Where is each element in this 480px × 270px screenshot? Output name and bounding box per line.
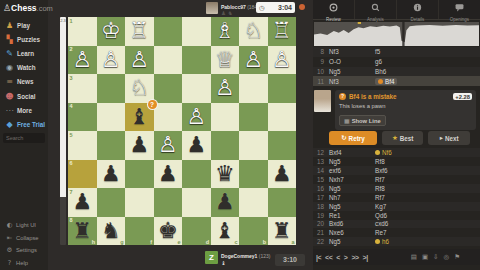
square-h2[interactable]: 2♙ xyxy=(68,46,97,75)
move-number: 22 xyxy=(313,238,329,245)
watch-icon: ◉ xyxy=(4,63,15,72)
square-h1[interactable]: 1 xyxy=(68,17,97,46)
next-arrow-icon: ▸ xyxy=(440,134,443,142)
square-c1[interactable]: ♗ xyxy=(211,17,240,46)
black-move-text: Rf8 xyxy=(375,185,385,192)
black-move-text: Rf8 xyxy=(375,158,385,165)
move-number: 12 xyxy=(313,149,329,156)
status-dot[interactable] xyxy=(299,4,305,10)
chesscom-logo[interactable]: ♙Chess.com xyxy=(3,3,53,13)
gear-icon: ⚙ xyxy=(5,246,14,254)
forward-button[interactable]: > xyxy=(344,254,348,261)
square-h7[interactable]: 7♟ xyxy=(68,188,97,217)
rank-label: 6 xyxy=(70,160,73,166)
square-g3[interactable] xyxy=(97,74,126,103)
logo-pawn-icon: ♙ xyxy=(3,3,11,13)
tab-label: Details xyxy=(411,17,425,22)
square-f5[interactable]: ♟ xyxy=(125,131,154,160)
sidebar-item-watch[interactable]: ◉Watch xyxy=(0,61,48,75)
black-move[interactable]: Rf7 xyxy=(375,176,480,183)
white-move[interactable]: Nxh7 xyxy=(329,176,375,183)
square-g2[interactable]: ♙ xyxy=(97,46,126,75)
comment-avatar[interactable] xyxy=(314,90,331,112)
clock-icon: ◷ xyxy=(259,4,265,12)
white-rook-a1[interactable]: ♖ xyxy=(268,17,297,46)
square-g1[interactable]: ♔ xyxy=(97,17,126,46)
footer-item-label: Help xyxy=(16,260,28,266)
square-e3[interactable] xyxy=(154,74,183,103)
white-queen-c2[interactable]: ♕ xyxy=(211,46,240,75)
black-move[interactable]: cxd6 xyxy=(375,220,480,227)
move-number: 16 xyxy=(313,185,329,192)
info-icon xyxy=(413,0,422,16)
sidebar-item-label: News xyxy=(17,78,33,85)
black-pawn-h7[interactable]: ♟ xyxy=(68,188,97,217)
white-pawn-d4[interactable]: ♙ xyxy=(182,103,211,132)
move-number: 15 xyxy=(313,176,329,183)
white-move[interactable]: Nf3 xyxy=(329,48,375,55)
square-f1[interactable]: ♖ xyxy=(125,17,154,46)
black-move-text: Bxf6 xyxy=(375,167,388,174)
forward-fast-button[interactable]: >> xyxy=(351,254,358,261)
selected-move-pill[interactable]: Bf4 xyxy=(375,78,397,85)
square-h6[interactable]: 6 xyxy=(68,160,97,189)
black-pawn-d5[interactable]: ♟ xyxy=(182,131,211,160)
search-input[interactable] xyxy=(3,133,45,143)
white-move[interactable]: Bxd6 xyxy=(329,220,375,227)
nav-controls: |<<<<>>>>| xyxy=(316,254,368,261)
bottom-player-name[interactable]: DogeCommey1 (123) xyxy=(221,253,270,259)
square-e5[interactable]: ♙ xyxy=(154,131,183,160)
square-a4[interactable] xyxy=(268,103,297,132)
square-h8[interactable]: 8h♜ xyxy=(68,217,97,246)
move-list-played: 8Nf3f59O-Og610Ng5Bh611Nf3Bf4 xyxy=(313,47,480,86)
square-f8[interactable]: f xyxy=(125,217,154,246)
black-king-e8[interactable]: ♚ xyxy=(154,217,183,246)
square-e8[interactable]: e♚ xyxy=(154,217,183,246)
bottom-player-rating: (123) xyxy=(259,253,271,259)
black-pawn-g6[interactable]: ♟ xyxy=(97,160,126,189)
move-number: 8 xyxy=(313,48,329,55)
move-row-10: 10Ng5Bh6 xyxy=(313,67,480,77)
chesscom-app: ♙Chess.com ♟Play▚Puzzles✎Learn◉Watch≡New… xyxy=(0,0,480,270)
square-f3[interactable]: ♘ xyxy=(125,74,154,103)
collapse-icon: ⇤ xyxy=(5,234,14,242)
move-row-16: 16Ng5Rf8 xyxy=(313,184,480,193)
square-c8[interactable]: c♝ xyxy=(211,217,240,246)
black-move-text: Bf4 xyxy=(385,78,394,85)
sidebar-item-learn[interactable]: ✎Learn xyxy=(0,46,48,60)
square-b4[interactable] xyxy=(239,103,268,132)
record-icon[interactable]: ◎ xyxy=(444,253,450,261)
move-row-15: 15Nxh7Rf7 xyxy=(313,175,480,184)
square-g8[interactable]: g♞ xyxy=(97,217,126,246)
theme-icon: ◐ xyxy=(5,221,14,229)
footer-item-label: Light UI xyxy=(16,222,36,228)
evaluation-graph[interactable] xyxy=(314,22,479,46)
move-number: 17 xyxy=(313,194,329,201)
jump-start-button[interactable]: |< xyxy=(316,254,321,261)
black-move[interactable]: Qd6 xyxy=(375,212,480,219)
white-pawn-e5[interactable]: ♙ xyxy=(154,131,183,160)
back-button[interactable]: < xyxy=(336,254,340,261)
sidebar-item-social[interactable]: ☻Social xyxy=(0,89,48,103)
diamond-icon: ◆ xyxy=(4,120,15,129)
puzzle-icon: ▚ xyxy=(4,35,15,44)
black-pawn-e6[interactable]: ♟ xyxy=(154,160,183,189)
square-a3[interactable] xyxy=(268,74,297,103)
square-a8[interactable]: a♜ xyxy=(268,217,297,246)
sidebar-item-news[interactable]: ≡News xyxy=(0,75,48,89)
black-move-text: Rf7 xyxy=(375,194,385,201)
square-e2[interactable] xyxy=(154,46,183,75)
move-number: 19 xyxy=(313,212,329,219)
square-a5[interactable] xyxy=(268,131,297,160)
bottom-player-clock: 3:10 xyxy=(275,254,305,266)
footer-item-collapse[interactable]: ⇤Collapse xyxy=(0,232,48,245)
square-b6[interactable] xyxy=(239,160,268,189)
square-d6[interactable] xyxy=(182,160,211,189)
square-b2[interactable]: ♙ xyxy=(239,46,268,75)
black-move-text: Qd6 xyxy=(375,212,387,219)
chat-icon xyxy=(455,0,464,16)
square-g7[interactable] xyxy=(97,188,126,217)
show-line-button[interactable]: ▦ Show Line xyxy=(339,115,386,126)
rank-label: 3 xyxy=(70,75,73,81)
square-g4[interactable] xyxy=(97,103,126,132)
sidebar-item-label: Puzzles xyxy=(17,36,40,43)
square-d3[interactable] xyxy=(182,74,211,103)
square-b1[interactable]: ♘ xyxy=(239,17,268,46)
white-rook-f1[interactable]: ♖ xyxy=(125,17,154,46)
best-move-icon xyxy=(375,150,380,155)
tab-review[interactable]: Review xyxy=(313,0,354,19)
black-pawn-f5[interactable]: ♟ xyxy=(125,131,154,160)
tab-details[interactable]: Details xyxy=(396,0,438,19)
move-row-21: 21Nxe6Re7 xyxy=(313,228,480,237)
square-g5[interactable] xyxy=(97,131,126,160)
square-f6[interactable] xyxy=(125,160,154,189)
square-d5[interactable]: ♟ xyxy=(182,131,211,160)
white-move[interactable]: Ng5 xyxy=(329,68,375,75)
white-move[interactable]: Nh7 xyxy=(329,194,375,201)
white-move[interactable]: Bxf4 xyxy=(329,149,375,156)
captured-pieces-bottom: ♝ xyxy=(221,260,226,266)
sidebar-item-label: Learn xyxy=(17,50,34,57)
sidebar-item-more[interactable]: ⋯More xyxy=(0,103,48,117)
black-move[interactable]: f5 xyxy=(375,48,480,55)
black-rook-a8[interactable]: ♜ xyxy=(268,217,297,246)
play-pawn-icon: ♟ xyxy=(4,21,15,30)
evaluation-badge: +2.28 xyxy=(453,93,472,100)
move-row-12: 12Bxf4Nf6 xyxy=(313,148,480,157)
white-pawn-b2[interactable]: ♙ xyxy=(239,46,268,75)
tab-label: Review xyxy=(326,17,341,22)
tab-analysis[interactable]: Analysis xyxy=(354,0,396,19)
black-move[interactable]: h6 xyxy=(375,238,480,245)
move-row-9: 9O-Og6 xyxy=(313,57,480,67)
mistake-badge: ? xyxy=(148,100,157,109)
white-move[interactable]: Ng5 xyxy=(329,238,375,245)
square-b5[interactable] xyxy=(239,131,268,160)
sidebar-item-puzzles[interactable]: ▚Puzzles xyxy=(0,32,48,46)
black-knight-g8[interactable]: ♞ xyxy=(97,217,126,246)
file-label: d xyxy=(206,239,209,245)
footer-item-light-ui[interactable]: ◐Light UI xyxy=(0,219,48,232)
move-number: 11 xyxy=(313,78,329,85)
move-number: 9 xyxy=(313,58,329,65)
move-row-20: 20Bxd6cxd6 xyxy=(313,220,480,229)
black-move[interactable]: Bh6 xyxy=(375,68,480,75)
top-player-clock: ◷ 3:04 xyxy=(256,2,295,13)
black-move-text: Nf6 xyxy=(382,149,392,156)
avatar-top-player[interactable] xyxy=(206,2,218,14)
white-move[interactable]: Nxe6 xyxy=(329,229,375,236)
white-knight-f3[interactable]: ♘ xyxy=(125,74,154,103)
square-g6[interactable]: ♟ xyxy=(97,160,126,189)
square-d7[interactable] xyxy=(182,188,211,217)
black-move-text: Kg7 xyxy=(375,203,386,210)
sidebar-item-label: Free Trial xyxy=(17,121,45,128)
square-f2[interactable]: ♙ xyxy=(125,46,154,75)
tab-label: Analysis xyxy=(367,17,384,22)
best-move-icon xyxy=(375,239,380,244)
feedback-body: This loses a pawn xyxy=(339,103,472,109)
help-icon: ? xyxy=(5,259,14,267)
white-move[interactable]: Ng5 xyxy=(329,203,375,210)
square-c3[interactable]: ♙ xyxy=(211,74,240,103)
black-move[interactable]: Rf8 xyxy=(375,185,480,192)
square-b3[interactable] xyxy=(239,74,268,103)
square-e7[interactable] xyxy=(154,188,183,217)
black-move-text: Rf7 xyxy=(375,176,385,183)
download-icon[interactable]: ⇩ xyxy=(433,253,438,261)
game-review-panel: ReviewAnalysisDetailsOpenings 8Nf3f59O-O… xyxy=(313,0,480,270)
black-move-text: cxd6 xyxy=(375,220,388,227)
captured-pieces-top: ♟ ♞ xyxy=(221,10,233,16)
square-b8[interactable]: b xyxy=(239,217,268,246)
black-pawn-a6[interactable]: ♟ xyxy=(268,160,297,189)
board-lines-icon: ▦ xyxy=(344,117,350,124)
white-move[interactable]: Re1 xyxy=(329,212,375,219)
move-row-13: 13Ng5Rf8 xyxy=(313,157,480,166)
white-move[interactable]: exf6 xyxy=(329,167,375,174)
evaluation-bar: 2.3 xyxy=(60,17,66,245)
footer-item-settings[interactable]: ⚙Settings xyxy=(0,244,48,257)
square-c7[interactable]: ♟ xyxy=(211,188,240,217)
white-move[interactable]: Nf3 xyxy=(329,78,375,85)
black-move-text: h6 xyxy=(382,238,389,245)
retry-button[interactable]: ↻Retry xyxy=(329,131,377,145)
square-a6[interactable]: ♟ xyxy=(268,160,297,189)
square-b7[interactable] xyxy=(239,188,268,217)
move-row-18: 18Ng5Kg7 xyxy=(313,202,480,211)
white-pawn-c3[interactable]: ♙ xyxy=(211,74,240,103)
move-row-8: 8Nf3f5 xyxy=(313,47,480,57)
white-pawn-g2[interactable]: ♙ xyxy=(97,46,126,75)
target-icon xyxy=(329,0,338,16)
move-row-17: 17Nh7Rf7 xyxy=(313,193,480,202)
footer-item-help[interactable]: ?Help xyxy=(0,257,48,270)
black-move-text: Re7 xyxy=(375,229,387,236)
feedback-title: Bf4 is a mistake xyxy=(349,93,453,100)
white-pawn-a2[interactable]: ♙ xyxy=(268,46,297,75)
chess-board[interactable]: 1♔♖♗♘♖2♙♙♙♕♙♙3♘♙4♝?♙5♟♙♟6♟♟♛♟7♟♟8h♜g♞fe♚… xyxy=(68,17,296,245)
rank-label: 4 xyxy=(70,103,73,109)
square-h5[interactable]: 5 xyxy=(68,131,97,160)
square-c5[interactable] xyxy=(211,131,240,160)
jump-end-button[interactable]: >| xyxy=(363,254,368,261)
black-move[interactable]: Nf6 xyxy=(375,149,480,156)
square-a2[interactable]: ♙ xyxy=(268,46,297,75)
black-bishop-c8[interactable]: ♝ xyxy=(211,217,240,246)
black-move[interactable]: g6 xyxy=(375,58,480,65)
sidebar-footer: ◐Light UI⇤Collapse⚙Settings?Help xyxy=(0,219,48,269)
black-move-text: g6 xyxy=(375,58,382,65)
black-move-text: f5 xyxy=(375,48,380,55)
black-pawn-c7[interactable]: ♟ xyxy=(211,188,240,217)
move-list-continuation: 12Bxf4Nf613Ng5Rf814exf6Bxf615Nxh7Rf716Ng… xyxy=(313,148,480,246)
white-pawn-f2[interactable]: ♙ xyxy=(125,46,154,75)
sidebar-item-play[interactable]: ♟Play xyxy=(0,18,48,32)
sidebar-item-label: Watch xyxy=(17,64,36,71)
more-icon: ⋯ xyxy=(4,106,15,115)
black-move[interactable]: Rf8 xyxy=(375,158,480,165)
move-number: 20 xyxy=(313,220,329,227)
square-d1[interactable] xyxy=(182,17,211,46)
move-row-19: 19Re1Qd6 xyxy=(313,211,480,220)
retry-icon: ↻ xyxy=(341,134,346,142)
square-a7[interactable] xyxy=(268,188,297,217)
learn-icon: ✎ xyxy=(4,49,15,58)
square-e6[interactable]: ♟ xyxy=(154,160,183,189)
square-e4[interactable] xyxy=(154,103,183,132)
review-tabs: ReviewAnalysisDetailsOpenings xyxy=(313,0,480,20)
flag-icon[interactable]: ⚑ xyxy=(454,253,460,261)
evaluation-value: 2.3 xyxy=(60,17,66,23)
sidebar-item-label: Social xyxy=(17,93,36,100)
white-pawn-h2[interactable]: ♙ xyxy=(68,46,97,75)
footer-item-label: Settings xyxy=(16,247,37,253)
stats-icon[interactable]: ▤ xyxy=(411,253,417,261)
white-move[interactable]: O-O xyxy=(329,58,375,65)
sidebar-item-free-trial[interactable]: ◆Free Trial xyxy=(0,117,48,131)
black-move[interactable]: Kg7 xyxy=(375,203,480,210)
square-f4[interactable]: ♝? xyxy=(125,103,154,132)
square-c4[interactable] xyxy=(211,103,240,132)
tab-openings[interactable]: Openings xyxy=(438,0,480,19)
white-king-g1[interactable]: ♔ xyxy=(97,17,126,46)
square-d4[interactable]: ♙ xyxy=(182,103,211,132)
tab-label: Openings xyxy=(450,17,469,22)
square-c2[interactable]: ♕ xyxy=(211,46,240,75)
move-navigation-bar: |<<<<>>>>| ▤▣⇩◎⚑ xyxy=(313,249,480,265)
move-number: 18 xyxy=(313,203,329,210)
action-buttons: ↻Retry ★Best ▸Next xyxy=(329,131,470,145)
file-label: f xyxy=(150,239,152,245)
square-e1[interactable] xyxy=(154,17,183,46)
move-row-22: 22Ng5h6 xyxy=(313,237,480,246)
rank-label: 1 xyxy=(70,18,73,24)
sidebar-menu: ♟Play▚Puzzles✎Learn◉Watch≡News☻Social⋯Mo… xyxy=(0,18,48,132)
square-d2[interactable] xyxy=(182,46,211,75)
black-move[interactable]: Rf7 xyxy=(375,194,480,201)
board-icon[interactable]: ▣ xyxy=(422,253,428,261)
sidebar: ♙Chess.com ♟Play▚Puzzles✎Learn◉Watch≡New… xyxy=(0,0,48,270)
nav-tools: ▤▣⇩◎⚑ xyxy=(411,253,460,261)
square-f7[interactable] xyxy=(125,188,154,217)
evaluation-bar-white: 2.3 xyxy=(60,17,66,197)
white-knight-b1[interactable]: ♘ xyxy=(239,17,268,46)
news-icon: ≡ xyxy=(4,77,15,86)
square-a1[interactable]: ♖ xyxy=(268,17,297,46)
rank-label: 5 xyxy=(70,132,73,138)
sidebar-item-label: More xyxy=(17,107,32,114)
white-bishop-c1[interactable]: ♗ xyxy=(211,17,240,46)
magnifier-icon xyxy=(371,0,380,16)
move-row-11: 11Nf3Bf4 xyxy=(313,76,480,86)
white-move[interactable]: Ng5 xyxy=(329,158,375,165)
social-icon: ☻ xyxy=(4,92,15,101)
back-fast-button[interactable]: << xyxy=(325,254,332,261)
avatar-bottom-player[interactable]: Z xyxy=(205,251,218,264)
move-number: 10 xyxy=(313,68,329,75)
move-feedback-card: ? Bf4 is a mistake +2.28 This loses a pa… xyxy=(335,90,476,130)
move-row-14: 14exf6Bxf6 xyxy=(313,166,480,175)
footer-item-label: Collapse xyxy=(16,235,39,241)
move-number: 14 xyxy=(313,167,329,174)
black-queen-c6[interactable]: ♛ xyxy=(211,160,240,189)
best-button[interactable]: ★Best xyxy=(382,131,424,145)
mistake-move-icon xyxy=(378,79,383,84)
white-move[interactable]: Ng5 xyxy=(329,185,375,192)
black-rook-h8[interactable]: ♜ xyxy=(68,217,97,246)
square-d8[interactable]: d xyxy=(182,217,211,246)
black-move-text: Bh6 xyxy=(375,68,386,75)
square-c6[interactable]: ♛ xyxy=(211,160,240,189)
file-label: b xyxy=(263,239,266,245)
square-h3[interactable]: 3 xyxy=(68,74,97,103)
sidebar-item-label: Play xyxy=(17,22,30,29)
black-move[interactable]: Re7 xyxy=(375,229,480,236)
best-star-icon: ★ xyxy=(392,134,398,142)
black-move[interactable]: Bf4 xyxy=(375,78,480,85)
mistake-icon: ? xyxy=(339,93,346,100)
next-button[interactable]: ▸Next xyxy=(428,131,470,145)
move-number: 21 xyxy=(313,229,329,236)
square-h4[interactable]: 4 xyxy=(68,103,97,132)
black-move[interactable]: Bxf6 xyxy=(375,167,480,174)
move-number: 13 xyxy=(313,158,329,165)
